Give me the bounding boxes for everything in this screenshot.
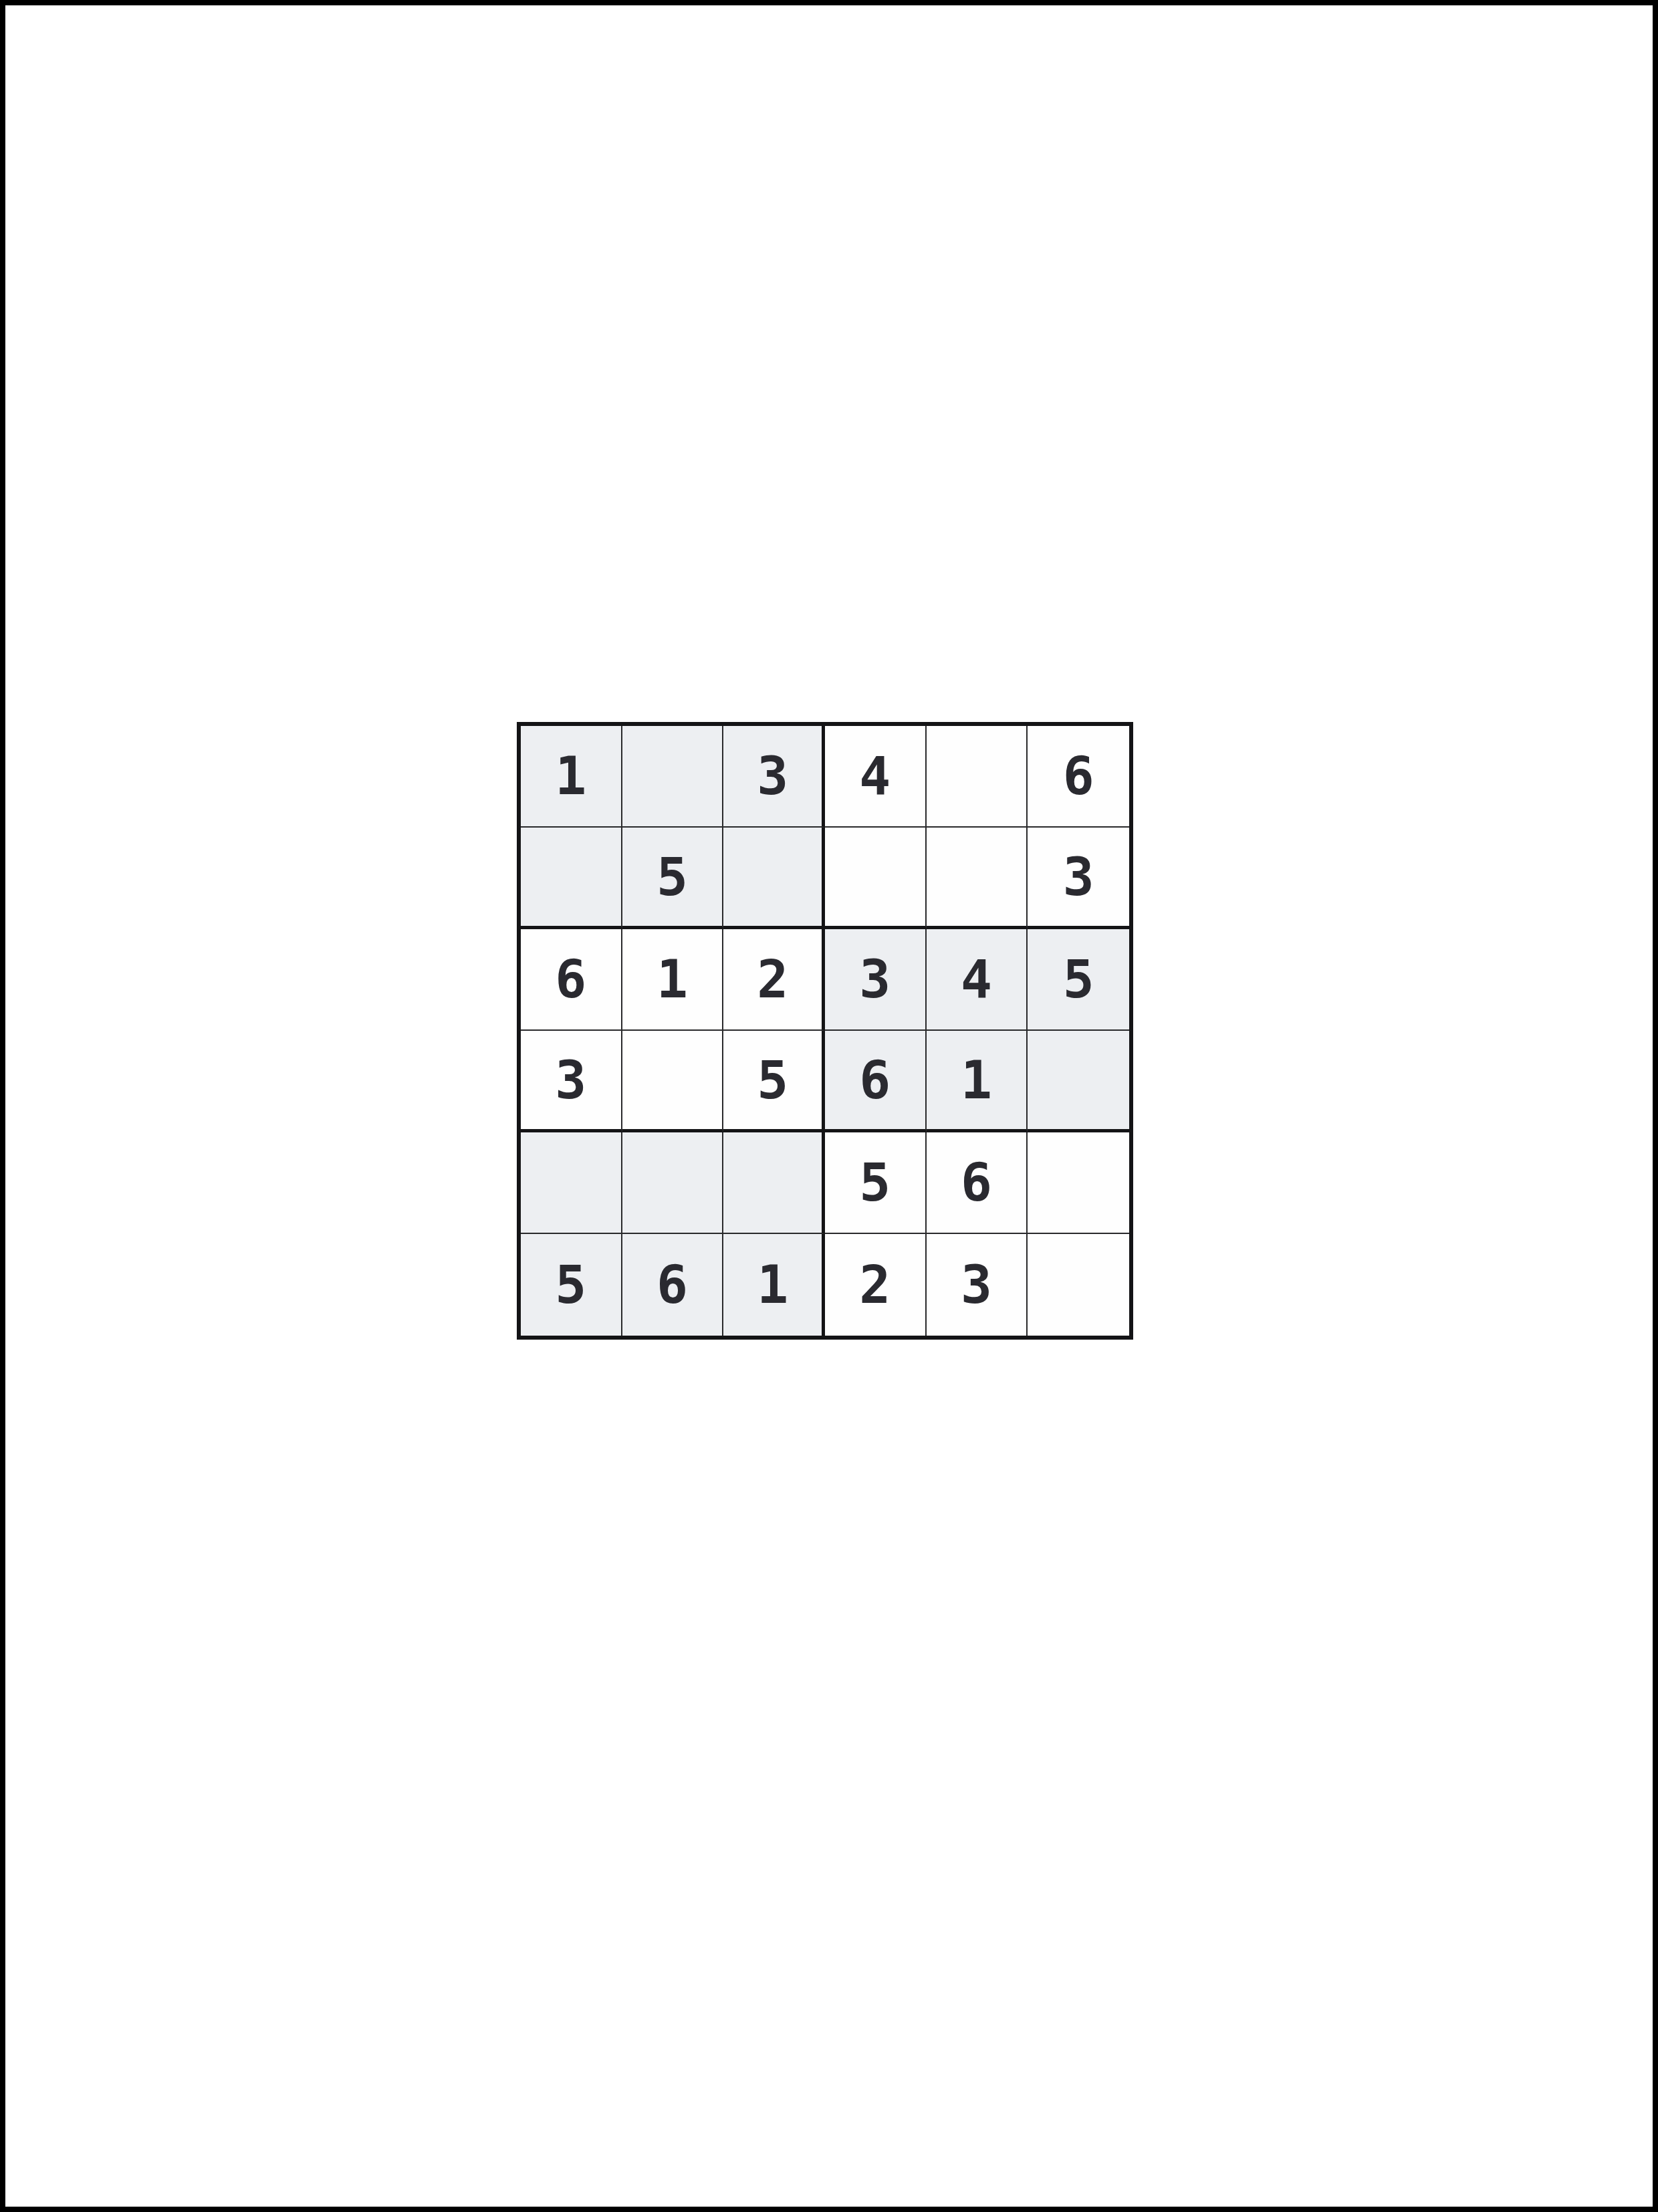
cell-r2c6-given-3: 3	[1028, 828, 1129, 929]
cell-r1c5-empty	[927, 726, 1028, 828]
cell-r5c1-empty	[521, 1132, 622, 1234]
cell-r4c4-given-6: 6	[825, 1031, 927, 1132]
cell-r5c2-empty	[622, 1132, 724, 1234]
sudoku-grid: 13465361234535615656123	[517, 722, 1133, 1340]
cell-r1c4-given-4: 4	[825, 726, 927, 828]
cell-r4c3-given-5: 5	[723, 1031, 825, 1132]
cell-r2c5-empty	[927, 828, 1028, 929]
cell-r4c6-empty	[1028, 1031, 1129, 1132]
cell-r3c1-given-6: 6	[521, 929, 622, 1031]
cell-r3c6-given-5: 5	[1028, 929, 1129, 1031]
cell-r6c2-given-6: 6	[622, 1234, 724, 1336]
cell-r6c4-given-2: 2	[825, 1234, 927, 1336]
cell-r1c1-given-1: 1	[521, 726, 622, 828]
cell-r1c6-given-6: 6	[1028, 726, 1129, 828]
cell-r6c1-given-5: 5	[521, 1234, 622, 1336]
cell-r2c4-empty	[825, 828, 927, 929]
cell-r2c2-given-5: 5	[622, 828, 724, 929]
cell-r1c2-empty	[622, 726, 724, 828]
cell-r2c1-empty	[521, 828, 622, 929]
cell-r4c5-given-1: 1	[927, 1031, 1028, 1132]
cell-r6c6-empty	[1028, 1234, 1129, 1336]
cell-r3c5-given-4: 4	[927, 929, 1028, 1031]
cell-r2c3-empty	[723, 828, 825, 929]
cell-r4c2-empty	[622, 1031, 724, 1132]
cell-r5c5-given-6: 6	[927, 1132, 1028, 1234]
cell-r1c3-given-3: 3	[723, 726, 825, 828]
cell-r3c4-given-3: 3	[825, 929, 927, 1031]
cell-r3c2-given-1: 1	[622, 929, 724, 1031]
cell-r5c4-given-5: 5	[825, 1132, 927, 1234]
scanned-puzzle-page: 13465361234535615656123	[0, 0, 1658, 2212]
cell-r6c3-given-1: 1	[723, 1234, 825, 1336]
cell-r3c3-given-2: 2	[723, 929, 825, 1031]
cell-r5c6-empty	[1028, 1132, 1129, 1234]
cell-r6c5-given-3: 3	[927, 1234, 1028, 1336]
cell-r4c1-given-3: 3	[521, 1031, 622, 1132]
cell-r5c3-empty	[723, 1132, 825, 1234]
